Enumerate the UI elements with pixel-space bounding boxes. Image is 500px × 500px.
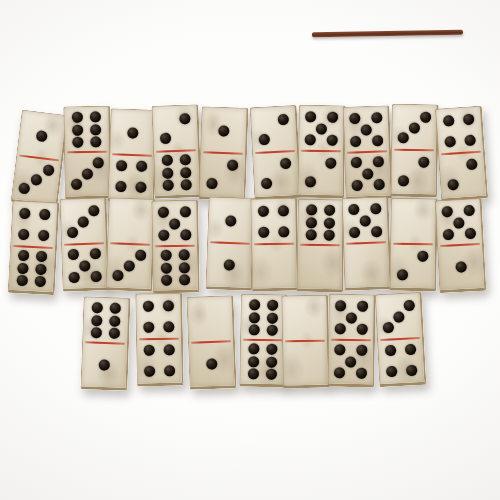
pip bbox=[306, 230, 317, 241]
top-half-6-pips bbox=[241, 296, 286, 340]
pip bbox=[18, 229, 30, 241]
pip bbox=[397, 270, 408, 281]
bottom-half-1-pips bbox=[207, 242, 252, 287]
domino-tile-0-1[interactable] bbox=[186, 295, 236, 390]
pip bbox=[335, 300, 346, 311]
pip bbox=[372, 156, 383, 167]
pip bbox=[327, 111, 338, 122]
pip bbox=[78, 216, 89, 227]
pip bbox=[90, 271, 101, 282]
top-half-5-pips bbox=[436, 200, 482, 245]
pip bbox=[180, 229, 191, 240]
pip bbox=[356, 344, 367, 355]
pip bbox=[224, 259, 235, 270]
pip bbox=[463, 205, 475, 217]
pip bbox=[227, 159, 238, 170]
bottom-half-2-pips bbox=[253, 151, 299, 196]
pip bbox=[352, 180, 363, 191]
bottom-half-5-pips bbox=[345, 151, 390, 196]
pip bbox=[305, 177, 316, 188]
bottom-half-3-pips bbox=[12, 155, 61, 203]
top-half-0-pips bbox=[282, 297, 327, 341]
pip bbox=[370, 203, 381, 214]
top-half-1-pips bbox=[208, 198, 253, 243]
pip bbox=[163, 180, 174, 191]
pip bbox=[266, 369, 277, 380]
bottom-half-4-pips bbox=[378, 338, 424, 383]
pip bbox=[248, 356, 259, 367]
bottom-half-3-pips bbox=[107, 243, 152, 288]
pip bbox=[163, 344, 174, 355]
pip bbox=[326, 135, 337, 146]
pip bbox=[19, 207, 31, 219]
pip bbox=[113, 270, 124, 281]
pip bbox=[163, 321, 174, 332]
pip bbox=[464, 228, 476, 240]
domino-tile-5-0[interactable] bbox=[341, 196, 391, 291]
pip bbox=[324, 217, 335, 228]
domino-tile-0-0[interactable] bbox=[281, 295, 330, 389]
pip bbox=[108, 328, 119, 339]
pip bbox=[346, 312, 357, 323]
top-half-4-pips bbox=[11, 202, 57, 247]
pip bbox=[99, 359, 110, 370]
domino-tile-0-3[interactable] bbox=[105, 197, 155, 292]
pip bbox=[169, 218, 180, 229]
domino-tile-1-1[interactable] bbox=[205, 196, 255, 291]
bottom-half-6-pips bbox=[154, 150, 199, 195]
pip bbox=[135, 182, 146, 193]
pip bbox=[159, 230, 170, 241]
dominoes-board bbox=[0, 0, 500, 500]
pip bbox=[266, 325, 277, 336]
pip bbox=[179, 262, 190, 273]
domino-tile-5-6[interactable] bbox=[151, 200, 200, 294]
bottom-half-3-pips bbox=[65, 152, 110, 196]
domino-tile-4-2[interactable] bbox=[435, 105, 488, 201]
pip bbox=[39, 208, 51, 220]
domino-tile-0-2[interactable] bbox=[389, 198, 438, 292]
pip bbox=[72, 111, 83, 122]
bottom-half-0-pips bbox=[344, 242, 389, 287]
top-half-1-pips bbox=[17, 112, 66, 160]
top-half-0-pips bbox=[108, 199, 153, 244]
pip bbox=[443, 115, 455, 127]
pip bbox=[259, 134, 271, 146]
pip bbox=[464, 135, 476, 147]
pip bbox=[398, 176, 409, 187]
pip bbox=[420, 111, 431, 122]
domino-tile-6-3[interactable] bbox=[63, 106, 112, 200]
pip bbox=[266, 343, 277, 354]
pip bbox=[179, 113, 190, 124]
pip bbox=[351, 157, 362, 168]
top-half-0-pips bbox=[391, 200, 436, 244]
pip bbox=[180, 167, 191, 178]
domino-tile-6-1[interactable] bbox=[80, 296, 130, 391]
pip bbox=[323, 230, 334, 241]
pip bbox=[206, 358, 217, 369]
top-half-3-pips bbox=[60, 199, 105, 244]
pip bbox=[179, 275, 190, 286]
pip bbox=[161, 249, 172, 260]
top-half-5-pips bbox=[299, 107, 344, 151]
pip bbox=[373, 179, 384, 190]
bottom-half-1-pips bbox=[438, 244, 484, 289]
pip bbox=[179, 154, 190, 165]
pip bbox=[445, 136, 457, 148]
pip bbox=[160, 133, 171, 144]
domino-tile-5-1[interactable] bbox=[435, 198, 487, 293]
pip bbox=[144, 322, 155, 333]
bottom-half-5-pips bbox=[62, 243, 107, 288]
top-half-4-pips bbox=[136, 295, 181, 339]
pip bbox=[267, 312, 278, 323]
pip bbox=[92, 302, 103, 313]
pip bbox=[38, 230, 50, 242]
pip bbox=[356, 324, 367, 335]
domino-tile-6-0[interactable] bbox=[296, 199, 345, 293]
pip bbox=[409, 122, 420, 133]
pip bbox=[30, 173, 42, 185]
pip bbox=[249, 325, 260, 336]
domino-tile-4-6[interactable] bbox=[8, 200, 60, 295]
pip bbox=[72, 124, 83, 135]
pip bbox=[124, 260, 135, 271]
pip bbox=[453, 217, 465, 229]
pip bbox=[161, 262, 172, 273]
pip bbox=[261, 178, 273, 190]
pip bbox=[324, 204, 335, 215]
pip bbox=[162, 300, 173, 311]
pip bbox=[116, 160, 127, 171]
pip bbox=[69, 272, 80, 283]
pip bbox=[71, 179, 82, 190]
bottom-half-0-pips bbox=[283, 341, 328, 385]
pip bbox=[42, 164, 54, 176]
domino-tile-1-3[interactable] bbox=[11, 109, 69, 207]
pip bbox=[418, 156, 429, 167]
pip bbox=[448, 179, 460, 191]
pip bbox=[158, 206, 169, 217]
pip bbox=[361, 124, 372, 135]
pip bbox=[403, 299, 415, 311]
pip bbox=[82, 168, 93, 179]
bottom-half-0-pips bbox=[252, 244, 297, 288]
domino-tile-2-2[interactable] bbox=[250, 105, 302, 200]
domino-tile-5-5[interactable] bbox=[327, 294, 376, 388]
pip bbox=[218, 125, 229, 136]
bottom-half-2-pips bbox=[439, 152, 486, 198]
pip bbox=[72, 137, 83, 148]
pip bbox=[88, 205, 99, 216]
pip bbox=[17, 275, 29, 287]
pip bbox=[90, 124, 101, 135]
top-half-3-pips bbox=[376, 294, 422, 339]
pip bbox=[370, 226, 381, 237]
pip bbox=[325, 157, 336, 168]
pip bbox=[357, 300, 368, 311]
pip bbox=[386, 366, 398, 378]
pip bbox=[92, 157, 103, 168]
top-half-5-pips bbox=[152, 202, 197, 246]
pip bbox=[385, 344, 397, 356]
pip bbox=[305, 134, 316, 145]
pip bbox=[404, 343, 416, 355]
top-half-1-pips bbox=[110, 110, 155, 155]
bottom-half-2-pips bbox=[200, 152, 245, 197]
top-half-3-pips bbox=[392, 106, 437, 150]
bottom-half-1-pips bbox=[189, 341, 234, 386]
top-half-6-pips bbox=[298, 201, 343, 245]
top-half-2-pips bbox=[251, 107, 297, 152]
pip bbox=[335, 344, 346, 355]
domino-tile-1-2[interactable] bbox=[198, 106, 248, 201]
pip bbox=[144, 366, 155, 377]
pip bbox=[362, 168, 373, 179]
pip bbox=[350, 113, 361, 124]
pip bbox=[258, 205, 269, 216]
bottom-half-5-pips bbox=[328, 340, 373, 384]
pip bbox=[179, 206, 190, 217]
pip bbox=[127, 127, 138, 138]
pip bbox=[316, 123, 327, 134]
pip bbox=[249, 299, 260, 310]
box-edge-line bbox=[312, 30, 463, 38]
pip bbox=[178, 249, 189, 260]
pip bbox=[79, 260, 90, 271]
top-half-6-pips bbox=[64, 108, 109, 152]
top-half-2-pips bbox=[152, 106, 197, 151]
domino-tile-4-0[interactable] bbox=[250, 198, 299, 292]
top-half-4-pips bbox=[436, 108, 483, 154]
pip bbox=[248, 343, 259, 354]
pip bbox=[109, 302, 120, 313]
pip bbox=[109, 315, 120, 326]
pip bbox=[18, 249, 30, 261]
pip bbox=[249, 312, 260, 323]
bottom-half-4-pips bbox=[109, 154, 154, 199]
pip bbox=[17, 262, 29, 274]
pip bbox=[91, 315, 102, 326]
domino-tile-5-2[interactable] bbox=[297, 105, 346, 199]
pip bbox=[91, 327, 102, 338]
pip bbox=[371, 112, 382, 123]
pip bbox=[162, 167, 173, 178]
pip bbox=[136, 160, 147, 171]
pip bbox=[68, 249, 79, 260]
pip bbox=[89, 248, 100, 259]
pip bbox=[180, 179, 191, 190]
pip bbox=[36, 250, 48, 262]
pip bbox=[305, 111, 316, 122]
pip bbox=[383, 322, 395, 334]
pip bbox=[417, 250, 428, 261]
pip bbox=[455, 261, 467, 273]
bottom-half-4-pips bbox=[137, 339, 182, 383]
pip bbox=[266, 356, 277, 367]
pip bbox=[345, 356, 356, 367]
pip bbox=[442, 206, 454, 218]
top-half-5-pips bbox=[342, 198, 387, 243]
pip bbox=[350, 136, 361, 147]
pip bbox=[360, 215, 371, 226]
pip bbox=[462, 113, 474, 125]
bottom-half-0-pips bbox=[297, 245, 342, 289]
pip bbox=[278, 226, 289, 237]
pip bbox=[466, 158, 478, 170]
pip bbox=[398, 132, 409, 143]
domino-tile-3-4[interactable] bbox=[375, 292, 427, 387]
pip bbox=[248, 369, 259, 380]
pip bbox=[259, 227, 270, 238]
pip bbox=[306, 217, 317, 228]
pip bbox=[349, 204, 360, 215]
pip bbox=[90, 137, 101, 148]
bottom-half-6-pips bbox=[240, 340, 285, 384]
pip bbox=[225, 215, 236, 226]
pip bbox=[34, 276, 46, 288]
bottom-half-2-pips bbox=[298, 151, 343, 195]
pip bbox=[35, 263, 47, 275]
pip bbox=[144, 344, 155, 355]
pip bbox=[393, 311, 405, 323]
pip bbox=[162, 154, 173, 165]
top-half-4-pips bbox=[251, 200, 296, 244]
top-half-5-pips bbox=[343, 107, 388, 152]
pip bbox=[306, 204, 317, 215]
pip bbox=[349, 227, 360, 238]
pip bbox=[36, 129, 48, 141]
pip bbox=[90, 111, 101, 122]
domino-tile-3-5[interactable] bbox=[59, 197, 109, 292]
domino-tile-5-5[interactable] bbox=[342, 105, 392, 200]
top-half-1-pips bbox=[201, 108, 246, 153]
bottom-half-2-pips bbox=[390, 244, 435, 288]
pip bbox=[277, 113, 289, 125]
pip bbox=[371, 135, 382, 146]
bottom-half-2-pips bbox=[391, 150, 436, 194]
bottom-half-6-pips bbox=[153, 246, 198, 290]
pip bbox=[161, 275, 172, 286]
bottom-half-1-pips bbox=[82, 342, 127, 387]
pip bbox=[279, 157, 291, 169]
top-half-6-pips bbox=[83, 298, 128, 343]
pip bbox=[267, 299, 278, 310]
pip bbox=[277, 205, 288, 216]
pip bbox=[143, 300, 154, 311]
domino-tile-2-6[interactable] bbox=[151, 104, 201, 199]
pip bbox=[134, 249, 145, 260]
pip bbox=[335, 323, 346, 334]
pip bbox=[207, 178, 218, 189]
top-half-0-pips bbox=[187, 297, 232, 342]
pip bbox=[116, 181, 127, 192]
pip bbox=[406, 365, 418, 377]
bottom-half-6-pips bbox=[9, 246, 55, 291]
domino-tile-1-4[interactable] bbox=[107, 108, 157, 203]
domino-tile-3-2[interactable] bbox=[390, 104, 439, 198]
pip bbox=[164, 365, 175, 376]
top-half-5-pips bbox=[329, 296, 374, 340]
domino-tile-4-4[interactable] bbox=[135, 293, 184, 387]
pip bbox=[355, 368, 366, 379]
pip bbox=[443, 229, 455, 241]
pip bbox=[334, 367, 345, 378]
pip bbox=[19, 183, 31, 195]
pip bbox=[67, 227, 78, 238]
